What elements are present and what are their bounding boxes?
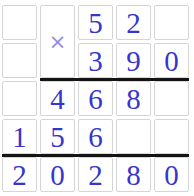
grid-cell-r4c1: 1 [2, 119, 37, 154]
partial-product-rule-line [40, 78, 189, 81]
grid-cell-r4c5 [154, 119, 189, 154]
answer-rule-line [2, 154, 189, 157]
grid-cell-r3c1 [2, 81, 37, 116]
grid-cell-r4c2: 5 [40, 119, 75, 154]
grid-cell-r3c5 [154, 81, 189, 116]
grid-cell-r5c5: 0 [154, 157, 189, 192]
grid-cell-r4c4 [116, 119, 151, 154]
grid-cell-r5c2: 0 [40, 157, 75, 192]
grid-cell-r3c2: 4 [40, 81, 75, 116]
multiplication-grid: ×5239046815620280 [2, 5, 194, 192]
grid-cell-r3c3: 6 [78, 81, 113, 116]
grid-cell-r2c1 [2, 43, 37, 78]
grid-cell-r1c4: 2 [116, 5, 151, 40]
grid-cell-r1c1 [2, 5, 37, 40]
grid-cell-r5c3: 2 [78, 157, 113, 192]
multiply-operator-cell: × [40, 5, 75, 78]
grid-cell-r2c3: 3 [78, 43, 113, 78]
grid-cell-r1c5 [154, 5, 189, 40]
grid-cell-r3c4: 8 [116, 81, 151, 116]
grid-cell-r2c4: 9 [116, 43, 151, 78]
grid-cell-r5c4: 8 [116, 157, 151, 192]
grid-cell-r1c3: 5 [78, 5, 113, 40]
multiplication-board: ×5239046815620280 [0, 0, 194, 196]
grid-cell-r5c1: 2 [2, 157, 37, 192]
grid-cell-r4c3: 6 [78, 119, 113, 154]
grid-cell-r2c5: 0 [154, 43, 189, 78]
